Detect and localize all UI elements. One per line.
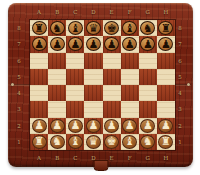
file-label-top-f: F <box>121 6 139 18</box>
square-a8[interactable]: ♜ <box>30 20 48 36</box>
square-h2[interactable]: ♟ <box>157 118 175 134</box>
clasp-latch <box>93 160 108 171</box>
square-f4[interactable] <box>121 85 139 101</box>
square-g2[interactable]: ♟ <box>139 118 157 134</box>
square-b6[interactable] <box>48 53 66 69</box>
file-label-top-d: D <box>84 6 102 18</box>
file-label-top-c: C <box>66 6 84 18</box>
piece-black-pawn-f7[interactable]: ♟ <box>122 37 137 51</box>
square-e1[interactable]: ♚ <box>103 134 121 150</box>
square-g7[interactable]: ♟ <box>139 36 157 52</box>
square-c6[interactable] <box>66 53 84 69</box>
piece-black-pawn-a7[interactable]: ♟ <box>32 37 47 51</box>
piece-white-pawn-h2[interactable]: ♟ <box>158 119 173 133</box>
square-d3[interactable] <box>84 101 102 117</box>
piece-black-knight-b8[interactable]: ♞ <box>50 21 65 35</box>
square-b7[interactable]: ♟ <box>48 36 66 52</box>
square-a1[interactable]: ♜ <box>30 134 48 150</box>
square-h3[interactable] <box>157 101 175 117</box>
playing-area: ♜♞♝♛♚♝♞♜♟♟♟♟♟♟♟♟♟♟♟♟♟♟♟♟♜♞♝♛♚♝♞♜ <box>30 20 175 150</box>
square-f8[interactable]: ♝ <box>121 20 139 36</box>
square-b1[interactable]: ♞ <box>48 134 66 150</box>
square-f5[interactable] <box>121 69 139 85</box>
square-d5[interactable] <box>84 69 102 85</box>
piece-white-pawn-d2[interactable]: ♟ <box>86 119 101 133</box>
square-e3[interactable] <box>103 101 121 117</box>
square-g6[interactable] <box>139 53 157 69</box>
rank-label-right-6: 6 <box>174 53 186 69</box>
square-f3[interactable] <box>121 101 139 117</box>
piece-white-bishop-f1[interactable]: ♝ <box>122 135 137 149</box>
rank-label-right-5: 5 <box>174 69 186 85</box>
rank-label-left-5: 5 <box>13 69 25 85</box>
file-label-bottom-b: B <box>48 152 66 164</box>
square-c4[interactable] <box>66 85 84 101</box>
hinge-pin-right-icon <box>187 83 190 86</box>
square-f1[interactable]: ♝ <box>121 134 139 150</box>
square-b3[interactable] <box>48 101 66 117</box>
square-d8[interactable]: ♛ <box>84 20 102 36</box>
rank-label-left-7: 7 <box>13 36 25 52</box>
square-c8[interactable]: ♝ <box>66 20 84 36</box>
piece-white-pawn-e2[interactable]: ♟ <box>104 119 119 133</box>
square-d6[interactable] <box>84 53 102 69</box>
square-a7[interactable]: ♟ <box>30 36 48 52</box>
piece-white-pawn-a2[interactable]: ♟ <box>32 119 47 133</box>
square-b2[interactable]: ♟ <box>48 118 66 134</box>
piece-black-rook-a8[interactable]: ♜ <box>32 21 47 35</box>
square-h7[interactable]: ♟ <box>157 36 175 52</box>
hinge-pin-left-icon <box>11 83 14 86</box>
piece-black-pawn-b7[interactable]: ♟ <box>50 37 65 51</box>
rank-label-right-7: 7 <box>174 36 186 52</box>
rank-label-right-8: 8 <box>174 20 186 36</box>
piece-white-pawn-g2[interactable]: ♟ <box>140 119 155 133</box>
piece-black-queen-d8[interactable]: ♛ <box>86 21 101 35</box>
square-f6[interactable] <box>121 53 139 69</box>
file-label-top-e: E <box>103 6 121 18</box>
piece-white-knight-g1[interactable]: ♞ <box>140 135 155 149</box>
square-e5[interactable] <box>103 69 121 85</box>
piece-white-knight-b1[interactable]: ♞ <box>50 135 65 149</box>
photo-background: ABCDEFGH ABCDEFGH 87654321 87654321 ♜♞♝♛… <box>0 0 200 175</box>
rank-label-left-6: 6 <box>13 53 25 69</box>
square-f2[interactable]: ♟ <box>121 118 139 134</box>
square-f7[interactable]: ♟ <box>121 36 139 52</box>
file-label-bottom-a: A <box>30 152 48 164</box>
rank-label-left-8: 8 <box>13 20 25 36</box>
piece-white-rook-a1[interactable]: ♜ <box>32 135 47 149</box>
square-c2[interactable]: ♟ <box>66 118 84 134</box>
square-h5[interactable] <box>157 69 175 85</box>
square-g4[interactable] <box>139 85 157 101</box>
piece-white-rook-h1[interactable]: ♜ <box>158 135 173 149</box>
piece-black-bishop-c8[interactable]: ♝ <box>68 21 83 35</box>
rank-label-right-4: 4 <box>174 85 186 101</box>
square-c5[interactable] <box>66 69 84 85</box>
square-c7[interactable]: ♟ <box>66 36 84 52</box>
rank-label-right-1: 1 <box>174 134 186 150</box>
piece-white-pawn-f2[interactable]: ♟ <box>122 119 137 133</box>
square-c3[interactable] <box>66 101 84 117</box>
rank-label-left-3: 3 <box>13 101 25 117</box>
square-d4[interactable] <box>84 85 102 101</box>
square-g1[interactable]: ♞ <box>139 134 157 150</box>
square-a6[interactable] <box>30 53 48 69</box>
file-label-top-g: G <box>139 6 157 18</box>
square-g3[interactable] <box>139 101 157 117</box>
piece-white-king-e1[interactable]: ♚ <box>104 135 119 149</box>
square-d7[interactable]: ♟ <box>84 36 102 52</box>
square-b8[interactable]: ♞ <box>48 20 66 36</box>
square-b5[interactable] <box>48 69 66 85</box>
square-e7[interactable]: ♟ <box>103 36 121 52</box>
piece-black-bishop-f8[interactable]: ♝ <box>122 21 137 35</box>
square-e8[interactable]: ♚ <box>103 20 121 36</box>
rank-label-right-3: 3 <box>174 101 186 117</box>
piece-white-pawn-b2[interactable]: ♟ <box>50 119 65 133</box>
file-label-bottom-f: F <box>121 152 139 164</box>
piece-white-pawn-c2[interactable]: ♟ <box>68 119 83 133</box>
square-c1[interactable]: ♝ <box>66 134 84 150</box>
square-e4[interactable] <box>103 85 121 101</box>
file-label-bottom-g: G <box>139 152 157 164</box>
piece-black-pawn-d7[interactable]: ♟ <box>86 37 101 51</box>
chess-board-frame: ABCDEFGH ABCDEFGH 87654321 87654321 ♜♞♝♛… <box>8 3 193 167</box>
file-label-top-a: A <box>30 6 48 18</box>
piece-black-king-e8[interactable]: ♚ <box>104 21 119 35</box>
file-label-bottom-h: H <box>157 152 175 164</box>
piece-black-pawn-e7[interactable]: ♟ <box>104 37 119 51</box>
square-b4[interactable] <box>48 85 66 101</box>
square-e6[interactable] <box>103 53 121 69</box>
piece-black-knight-g8[interactable]: ♞ <box>140 21 155 35</box>
square-h8[interactable]: ♜ <box>157 20 175 36</box>
square-a3[interactable] <box>30 101 48 117</box>
file-label-top-b: B <box>48 6 66 18</box>
square-g5[interactable] <box>139 69 157 85</box>
square-d1[interactable]: ♛ <box>84 134 102 150</box>
piece-black-pawn-c7[interactable]: ♟ <box>68 37 83 51</box>
piece-black-rook-h8[interactable]: ♜ <box>158 21 173 35</box>
file-label-bottom-c: C <box>66 152 84 164</box>
rank-label-left-2: 2 <box>13 118 25 134</box>
piece-black-pawn-h7[interactable]: ♟ <box>158 37 173 51</box>
file-labels-top: ABCDEFGH <box>30 6 175 18</box>
piece-white-bishop-c1[interactable]: ♝ <box>68 135 83 149</box>
rank-label-left-4: 4 <box>13 85 25 101</box>
piece-black-pawn-g7[interactable]: ♟ <box>140 37 155 51</box>
square-e2[interactable]: ♟ <box>103 118 121 134</box>
square-h4[interactable] <box>157 85 175 101</box>
piece-white-queen-d1[interactable]: ♛ <box>86 135 101 149</box>
rank-label-right-2: 2 <box>174 118 186 134</box>
square-d2[interactable]: ♟ <box>84 118 102 134</box>
square-g8[interactable]: ♞ <box>139 20 157 36</box>
file-label-top-h: H <box>157 6 175 18</box>
rank-label-left-1: 1 <box>13 134 25 150</box>
square-h6[interactable] <box>157 53 175 69</box>
square-a4[interactable] <box>30 85 48 101</box>
square-h1[interactable]: ♜ <box>157 134 175 150</box>
square-a5[interactable] <box>30 69 48 85</box>
square-a2[interactable]: ♟ <box>30 118 48 134</box>
